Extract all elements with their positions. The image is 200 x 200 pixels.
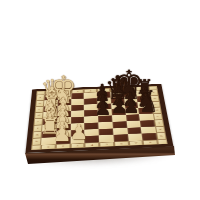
- frame-corner: [31, 145, 41, 150]
- coord-label-rank-7: 7: [128, 140, 143, 145]
- coord-label-rank-8: 8: [143, 140, 158, 145]
- frame-corner: [157, 139, 167, 144]
- board-scene: 12345678aabbccddeeffgghh12345678: [26, 44, 170, 188]
- coord-label-rank-5: 5: [99, 142, 114, 147]
- chess-set-photo: 12345678aabbccddeeffgghh12345678 ♛♚♟♝♚♜♝…: [0, 0, 200, 200]
- coord-label-rank-1: 1: [41, 144, 56, 149]
- board-frame: 12345678aabbccddeeffgghh12345678: [31, 86, 168, 150]
- coord-label-rank-2: 2: [55, 144, 70, 149]
- coord-label-rank-6: 6: [114, 141, 129, 146]
- chess-board: 12345678aabbccddeeffgghh12345678: [25, 84, 173, 153]
- coord-label-rank-4: 4: [85, 142, 100, 147]
- coord-label-rank-3: 3: [70, 143, 85, 148]
